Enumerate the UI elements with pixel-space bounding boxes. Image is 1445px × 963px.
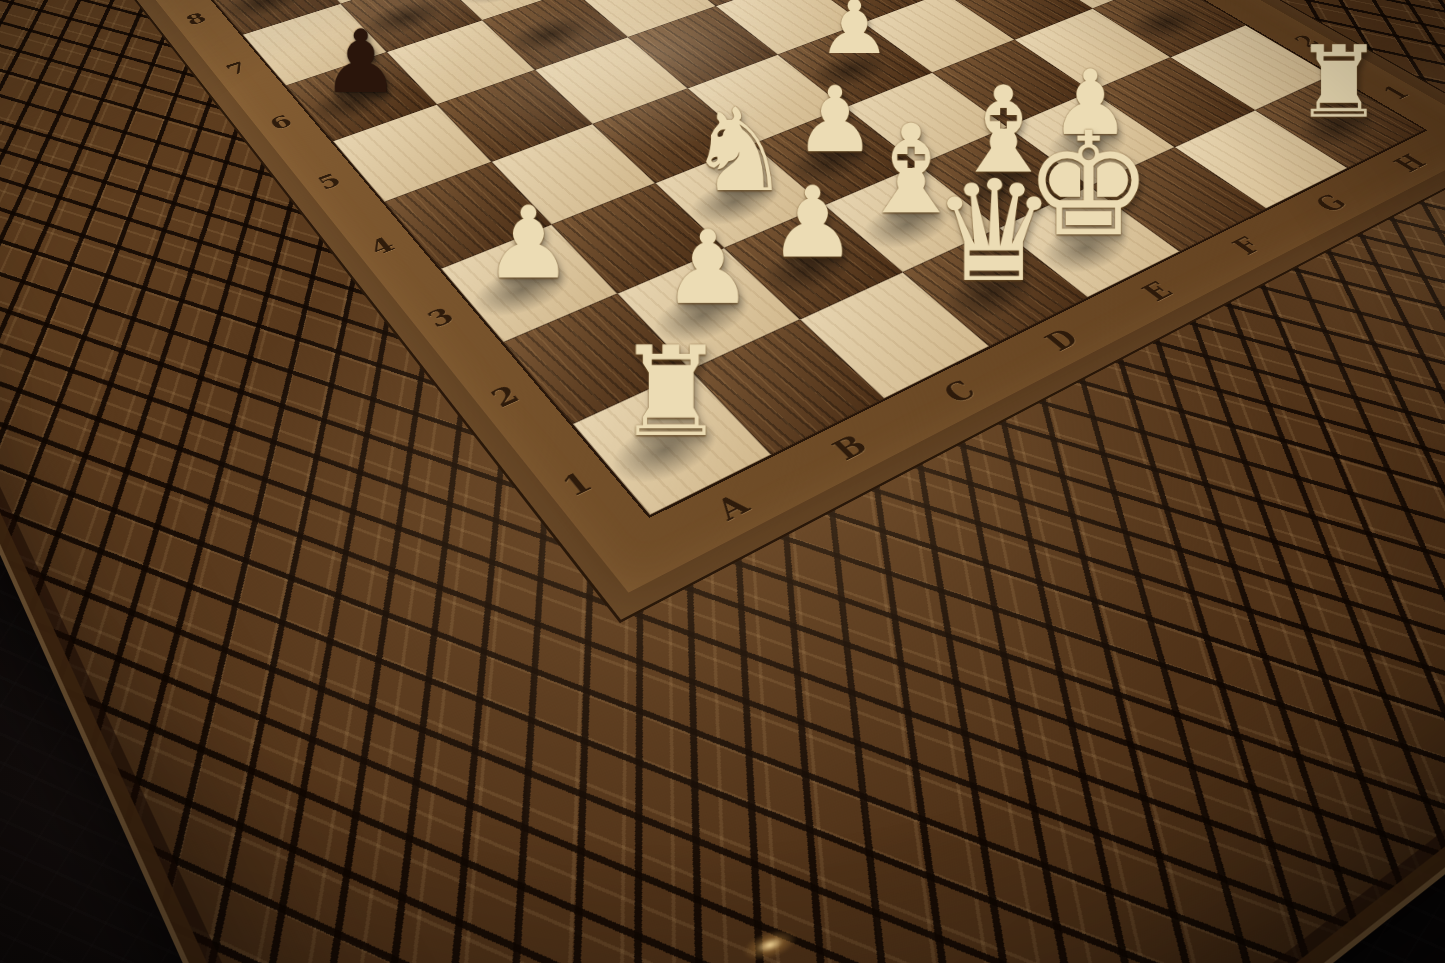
carved-chess-board: 87654321 87654321 ABCDEFGH ABCDEFGH ♜♜♛♚…	[0, 0, 1445, 963]
photo-scene: 87654321 87654321 ABCDEFGH ABCDEFGH ♜♜♛♚…	[0, 0, 1445, 963]
